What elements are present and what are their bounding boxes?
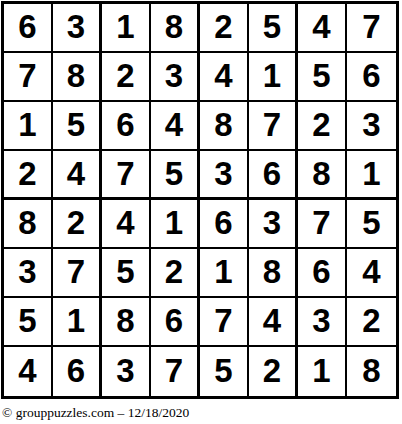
- cell-r8c3: 3: [102, 347, 151, 396]
- cell-r3c6: 7: [249, 102, 298, 151]
- cell-r7c2: 1: [53, 298, 102, 347]
- cell-r7c6: 4: [249, 298, 298, 347]
- cell-r5c4: 1: [151, 200, 200, 249]
- cell-r6c7: 6: [298, 249, 347, 298]
- cell-r6c6: 8: [249, 249, 298, 298]
- cell-r3c5: 8: [200, 102, 249, 151]
- cell-r7c5: 7: [200, 298, 249, 347]
- cell-r5c8: 5: [347, 200, 396, 249]
- cell-r7c4: 6: [151, 298, 200, 347]
- cell-r8c7: 1: [298, 347, 347, 396]
- cell-r1c5: 2: [200, 4, 249, 53]
- cell-r8c2: 6: [53, 347, 102, 396]
- cell-r4c1: 2: [4, 151, 53, 200]
- cell-r4c3: 7: [102, 151, 151, 200]
- cell-r3c7: 2: [298, 102, 347, 151]
- cell-r1c1: 6: [4, 4, 53, 53]
- cell-r1c3: 1: [102, 4, 151, 53]
- cell-r8c6: 2: [249, 347, 298, 396]
- cell-r2c3: 2: [102, 53, 151, 102]
- cell-r5c6: 3: [249, 200, 298, 249]
- cell-r5c2: 2: [53, 200, 102, 249]
- cell-r5c1: 8: [4, 200, 53, 249]
- cell-r6c3: 5: [102, 249, 151, 298]
- cell-r3c8: 3: [347, 102, 396, 151]
- cell-r2c7: 5: [298, 53, 347, 102]
- cell-r4c2: 4: [53, 151, 102, 200]
- cell-r4c4: 5: [151, 151, 200, 200]
- cell-r1c8: 7: [347, 4, 396, 53]
- cell-r3c3: 6: [102, 102, 151, 151]
- copyright-credit: © grouppuzzles.com – 12/18/2020: [2, 405, 189, 421]
- cell-r3c4: 4: [151, 102, 200, 151]
- cell-r6c4: 2: [151, 249, 200, 298]
- cell-r4c5: 3: [200, 151, 249, 200]
- cell-r1c6: 5: [249, 4, 298, 53]
- cell-r6c8: 4: [347, 249, 396, 298]
- cell-r6c2: 7: [53, 249, 102, 298]
- cell-r2c4: 3: [151, 53, 200, 102]
- cell-r3c1: 1: [4, 102, 53, 151]
- cell-r2c1: 7: [4, 53, 53, 102]
- cell-r8c5: 5: [200, 347, 249, 396]
- cell-r1c2: 3: [53, 4, 102, 53]
- cell-r7c1: 5: [4, 298, 53, 347]
- cell-r1c7: 4: [298, 4, 347, 53]
- cell-r4c8: 1: [347, 151, 396, 200]
- cell-r7c8: 2: [347, 298, 396, 347]
- cell-r5c7: 7: [298, 200, 347, 249]
- sudoku-board: 6318254778234156156487232475368182416375…: [1, 1, 399, 399]
- cell-r2c5: 4: [200, 53, 249, 102]
- cell-r2c8: 6: [347, 53, 396, 102]
- cell-r7c3: 8: [102, 298, 151, 347]
- cell-r1c4: 8: [151, 4, 200, 53]
- cell-r4c7: 8: [298, 151, 347, 200]
- cell-r8c8: 8: [347, 347, 396, 396]
- cell-r8c4: 7: [151, 347, 200, 396]
- cell-r7c7: 3: [298, 298, 347, 347]
- cell-r3c2: 5: [53, 102, 102, 151]
- cell-r5c3: 4: [102, 200, 151, 249]
- cell-r2c2: 8: [53, 53, 102, 102]
- cell-r8c1: 4: [4, 347, 53, 396]
- cell-r5c5: 6: [200, 200, 249, 249]
- cell-r2c6: 1: [249, 53, 298, 102]
- cell-r6c5: 1: [200, 249, 249, 298]
- cell-r4c6: 6: [249, 151, 298, 200]
- cell-r6c1: 3: [4, 249, 53, 298]
